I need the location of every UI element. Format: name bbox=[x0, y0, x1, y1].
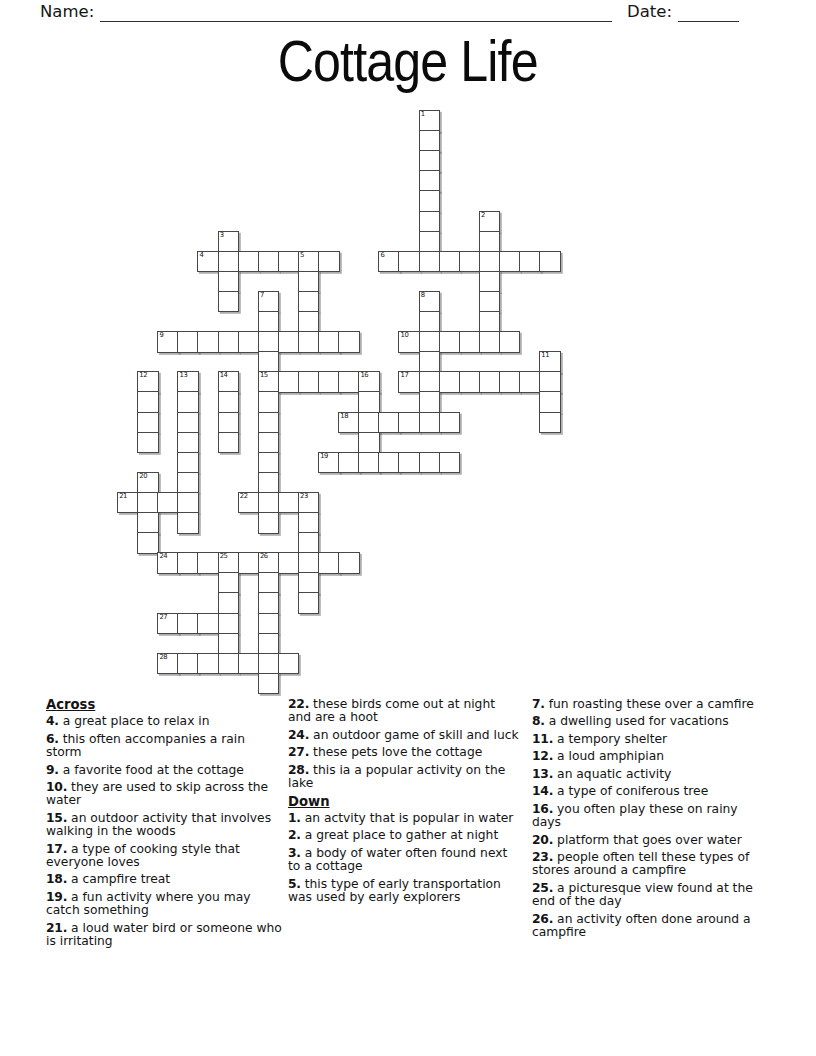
crossword-cell[interactable] bbox=[439, 331, 461, 353]
cell-number-label: 11 bbox=[541, 352, 549, 360]
clue-number: 18. bbox=[46, 872, 67, 886]
clue-number: 4. bbox=[46, 714, 59, 728]
cell-number-label: 6 bbox=[380, 252, 384, 260]
crossword-cell[interactable] bbox=[218, 633, 240, 655]
crossword-cell[interactable] bbox=[258, 592, 280, 614]
down-heading: Down bbox=[288, 795, 520, 808]
crossword-cell[interactable]: 2 bbox=[479, 211, 501, 233]
clue-number: 12. bbox=[532, 749, 553, 763]
crossword-cell[interactable] bbox=[258, 633, 280, 655]
crossword-cell[interactable] bbox=[419, 371, 441, 393]
crossword-cell[interactable] bbox=[479, 291, 501, 313]
crossword-cell[interactable]: 10 bbox=[398, 331, 420, 353]
clue-8: 8. a dwelling used for vacations bbox=[532, 715, 766, 728]
crossword-cell[interactable] bbox=[137, 512, 159, 534]
crossword-cell[interactable]: 13 bbox=[177, 371, 199, 393]
cell-number-label: 24 bbox=[159, 553, 167, 561]
clue-number: 9. bbox=[46, 763, 59, 777]
cell-number-label: 20 bbox=[139, 473, 147, 481]
crossword-cell[interactable]: 4 bbox=[197, 251, 219, 273]
crossword-cell[interactable] bbox=[318, 371, 340, 393]
crossword-cell[interactable] bbox=[218, 391, 240, 413]
crossword-cell[interactable] bbox=[218, 572, 240, 594]
crossword-cell[interactable] bbox=[258, 251, 280, 273]
clue-28: 28. this ia a popular activity on the la… bbox=[288, 764, 520, 791]
clue-5: 5. this type of early transportation was… bbox=[288, 878, 520, 905]
clue-1: 1. an actvity that is popular in water bbox=[288, 812, 520, 825]
crossword-cell[interactable] bbox=[258, 572, 280, 594]
crossword-cell[interactable] bbox=[218, 613, 240, 635]
cell-number-label: 14 bbox=[220, 372, 228, 380]
crossword-cell[interactable] bbox=[298, 311, 320, 333]
crossword-cell[interactable] bbox=[218, 653, 240, 675]
clue-2: 2. a great place to gather at night bbox=[288, 829, 520, 842]
crossword-cell[interactable]: 19 bbox=[318, 452, 340, 474]
crossword-cell[interactable] bbox=[539, 251, 561, 273]
crossword-cell[interactable] bbox=[258, 331, 280, 353]
crossword-cell[interactable] bbox=[459, 371, 481, 393]
crossword-cell[interactable] bbox=[419, 351, 441, 373]
date-blank-line bbox=[678, 2, 739, 22]
crossword-cell[interactable] bbox=[539, 391, 561, 413]
crossword-cell[interactable] bbox=[177, 391, 199, 413]
clue-23: 23. people often tell these types of sto… bbox=[532, 851, 766, 878]
title-wrap: Cottage Life bbox=[0, 30, 816, 92]
crossword-cell[interactable] bbox=[398, 251, 420, 273]
crossword-cell[interactable] bbox=[378, 452, 400, 474]
crossword-cell[interactable]: 8 bbox=[419, 291, 441, 313]
crossword-cell[interactable]: 11 bbox=[539, 351, 561, 373]
cell-number-label: 21 bbox=[119, 493, 127, 501]
crossword-cell[interactable] bbox=[298, 271, 320, 293]
crossword-cell[interactable] bbox=[258, 452, 280, 474]
crossword-cell[interactable] bbox=[177, 452, 199, 474]
crossword-cell[interactable] bbox=[278, 492, 300, 514]
crossword-cell[interactable] bbox=[218, 251, 240, 273]
crossword-cell[interactable] bbox=[238, 552, 260, 574]
clue-22: 22. these birds come out at night and ar… bbox=[288, 698, 520, 725]
crossword-cell[interactable] bbox=[298, 552, 320, 574]
clue-number: 25. bbox=[532, 881, 553, 895]
clue-number: 13. bbox=[532, 767, 553, 781]
crossword-cell[interactable] bbox=[258, 492, 280, 514]
crossword-cell[interactable] bbox=[137, 412, 159, 434]
clue-4: 4. a great place to relax in bbox=[46, 715, 284, 728]
crossword-cell[interactable] bbox=[298, 291, 320, 313]
crossword-cell[interactable] bbox=[479, 311, 501, 333]
crossword-cell[interactable] bbox=[218, 432, 240, 454]
crossword-cell[interactable] bbox=[258, 673, 280, 695]
across-heading: Across bbox=[46, 698, 284, 711]
crossword-cell[interactable] bbox=[298, 512, 320, 534]
crossword-cell[interactable]: 18 bbox=[338, 412, 360, 434]
crossword-cell[interactable] bbox=[177, 492, 199, 514]
crossword-cell[interactable] bbox=[318, 552, 340, 574]
crossword-cell[interactable] bbox=[419, 331, 441, 353]
crossword-cell[interactable] bbox=[137, 532, 159, 554]
crossword-cell[interactable] bbox=[419, 170, 441, 192]
cell-number-label: 12 bbox=[139, 372, 147, 380]
clue-14: 14. a type of coniferous tree bbox=[532, 785, 766, 798]
crossword-cell[interactable]: 16 bbox=[358, 371, 380, 393]
clue-11: 11. a tempory shelter bbox=[532, 733, 766, 746]
crossword-cell[interactable] bbox=[338, 552, 360, 574]
crossword-cell[interactable] bbox=[177, 613, 199, 635]
crossword-cell[interactable] bbox=[258, 472, 280, 494]
crossword-cell[interactable] bbox=[298, 532, 320, 554]
crossword-cell[interactable] bbox=[479, 271, 501, 293]
crossword-cell[interactable] bbox=[539, 371, 561, 393]
clue-number: 24. bbox=[288, 728, 309, 742]
crossword-cell[interactable] bbox=[479, 231, 501, 253]
crossword-cell[interactable] bbox=[177, 512, 199, 534]
clue-25: 25. a picturesque view found at the end … bbox=[532, 882, 766, 909]
cell-number-label: 16 bbox=[360, 372, 368, 380]
clue-15: 15. an outdoor activity that involves wa… bbox=[46, 812, 284, 839]
cell-number-label: 27 bbox=[159, 614, 167, 622]
clue-number: 1. bbox=[288, 811, 301, 825]
crossword-cell[interactable] bbox=[258, 653, 280, 675]
clue-number: 7. bbox=[532, 697, 545, 711]
crossword-cell[interactable] bbox=[318, 251, 340, 273]
cell-number-label: 19 bbox=[320, 453, 328, 461]
crossword-cell[interactable] bbox=[519, 371, 541, 393]
crossword-cell[interactable] bbox=[358, 432, 380, 454]
worksheet-page: Name: Date: Cottage Life 123456789101112… bbox=[0, 0, 816, 1056]
crossword-cell[interactable] bbox=[278, 331, 300, 353]
crossword-cell[interactable] bbox=[177, 412, 199, 434]
crossword-cell[interactable] bbox=[177, 472, 199, 494]
crossword-cell[interactable]: 23 bbox=[298, 492, 320, 514]
crossword-cell[interactable] bbox=[479, 331, 501, 353]
crossword-cell[interactable] bbox=[419, 211, 441, 233]
crossword-cell[interactable] bbox=[258, 391, 280, 413]
crossword-cell[interactable] bbox=[197, 331, 219, 353]
crossword-cell[interactable] bbox=[439, 452, 461, 474]
crossword-cell[interactable] bbox=[539, 412, 561, 434]
crossword-cell[interactable] bbox=[439, 371, 461, 393]
crossword-cell[interactable] bbox=[157, 492, 179, 514]
clue-number: 26. bbox=[532, 912, 553, 926]
cell-number-label: 28 bbox=[159, 654, 167, 662]
clue-26: 26. an activity often done around a camp… bbox=[532, 913, 766, 940]
clue-10: 10. they are used to skip across the wat… bbox=[46, 781, 284, 808]
crossword-cell[interactable]: 15 bbox=[258, 371, 280, 393]
cell-number-label: 3 bbox=[220, 232, 224, 240]
name-label: Name: bbox=[40, 1, 94, 22]
cell-number-label: 15 bbox=[260, 372, 268, 380]
crossword-cell[interactable] bbox=[419, 391, 441, 413]
clue-number: 27. bbox=[288, 745, 309, 759]
crossword-cell[interactable]: 21 bbox=[117, 492, 139, 514]
crossword-cell[interactable] bbox=[499, 371, 521, 393]
crossword-cell[interactable] bbox=[358, 391, 380, 413]
cell-number-label: 2 bbox=[481, 212, 485, 220]
crossword-cell[interactable] bbox=[439, 251, 461, 273]
clue-number: 16. bbox=[532, 802, 553, 816]
clue-17: 17. a type of cooking style that everyon… bbox=[46, 843, 284, 870]
crossword-cell[interactable] bbox=[218, 331, 240, 353]
cell-number-label: 18 bbox=[340, 413, 348, 421]
name-blank-line bbox=[100, 2, 612, 22]
crossword-cell[interactable] bbox=[338, 371, 360, 393]
cell-number-label: 5 bbox=[300, 252, 304, 260]
crossword-cell[interactable] bbox=[419, 452, 441, 474]
crossword-cell[interactable] bbox=[197, 653, 219, 675]
clue-column-3: 7. fun roasting these over a camfire8. a… bbox=[532, 698, 766, 944]
crossword-cell[interactable] bbox=[218, 291, 240, 313]
clue-12: 12. a loud amphipian bbox=[532, 750, 766, 763]
crossword-cell[interactable] bbox=[338, 452, 360, 474]
cell-number-label: 1 bbox=[421, 111, 425, 119]
crossword-cell[interactable] bbox=[218, 271, 240, 293]
crossword-cell[interactable] bbox=[218, 592, 240, 614]
crossword-cell[interactable] bbox=[177, 331, 199, 353]
crossword-grid: 1234567891011121314151617181920212223242… bbox=[117, 110, 561, 694]
cell-number-label: 26 bbox=[260, 553, 268, 561]
crossword-cell[interactable] bbox=[137, 391, 159, 413]
crossword-cell[interactable] bbox=[419, 412, 441, 434]
crossword-cell[interactable] bbox=[298, 331, 320, 353]
crossword-cell[interactable] bbox=[499, 251, 521, 273]
clue-number: 11. bbox=[532, 732, 553, 746]
crossword-cell[interactable] bbox=[197, 613, 219, 635]
clue-number: 14. bbox=[532, 784, 553, 798]
clue-19: 19. a fun activity where you may catch s… bbox=[46, 891, 284, 918]
clue-3: 3. a body of water often found next to a… bbox=[288, 847, 520, 874]
cell-number-label: 25 bbox=[220, 553, 228, 561]
crossword-cell[interactable] bbox=[137, 492, 159, 514]
crossword-cell[interactable] bbox=[479, 251, 501, 273]
crossword-cell[interactable] bbox=[238, 331, 260, 353]
clue-16: 16. you often play these on rainy days bbox=[532, 803, 766, 830]
crossword-cell[interactable] bbox=[419, 311, 441, 333]
clue-21: 21. a loud water bird or someone who is … bbox=[46, 922, 284, 949]
crossword-cell[interactable] bbox=[137, 432, 159, 454]
cell-number-label: 4 bbox=[200, 252, 204, 260]
crossword-cell[interactable] bbox=[499, 331, 521, 353]
clue-number: 21. bbox=[46, 921, 67, 935]
clue-number: 3. bbox=[288, 846, 301, 860]
clue-number: 23. bbox=[532, 850, 553, 864]
clue-number: 10. bbox=[46, 780, 67, 794]
crossword-cell[interactable]: 28 bbox=[157, 653, 179, 675]
crossword-cell[interactable] bbox=[519, 251, 541, 273]
crossword-cell[interactable] bbox=[419, 251, 441, 273]
clue-7: 7. fun roasting these over a camfire bbox=[532, 698, 766, 711]
crossword-cell[interactable]: 6 bbox=[378, 251, 400, 273]
crossword-cell[interactable] bbox=[398, 452, 420, 474]
crossword-cell[interactable] bbox=[177, 653, 199, 675]
clue-column-2: 22. these birds come out at night and ar… bbox=[288, 698, 520, 908]
crossword-cell[interactable] bbox=[258, 351, 280, 373]
crossword-cell[interactable]: 14 bbox=[218, 371, 240, 393]
crossword-cell[interactable]: 20 bbox=[137, 472, 159, 494]
clue-6: 6. this often accompanies a rain storm bbox=[46, 733, 284, 760]
crossword-cell[interactable] bbox=[258, 432, 280, 454]
clue-number: 22. bbox=[288, 697, 309, 711]
crossword-cell[interactable] bbox=[459, 331, 481, 353]
crossword-cell[interactable]: 5 bbox=[298, 251, 320, 273]
crossword-cell[interactable] bbox=[218, 412, 240, 434]
clue-number: 8. bbox=[532, 714, 545, 728]
crossword-cell[interactable] bbox=[298, 592, 320, 614]
crossword-cell[interactable] bbox=[177, 552, 199, 574]
cell-number-label: 7 bbox=[260, 292, 264, 300]
clue-number: 2. bbox=[288, 828, 301, 842]
crossword-cell[interactable]: 27 bbox=[157, 613, 179, 635]
cell-number-label: 17 bbox=[401, 372, 409, 380]
crossword-cell[interactable] bbox=[439, 412, 461, 434]
crossword-cell[interactable] bbox=[298, 572, 320, 594]
crossword-cell[interactable] bbox=[238, 251, 260, 273]
crossword-cell[interactable] bbox=[278, 251, 300, 273]
crossword-cell[interactable]: 9 bbox=[157, 331, 179, 353]
crossword-cell[interactable] bbox=[278, 552, 300, 574]
crossword-cell[interactable] bbox=[358, 412, 380, 434]
crossword-cell[interactable]: 1 bbox=[419, 110, 441, 132]
crossword-cell[interactable] bbox=[378, 412, 400, 434]
cell-number-label: 10 bbox=[401, 332, 409, 340]
crossword-cell[interactable] bbox=[278, 371, 300, 393]
date-label: Date: bbox=[627, 1, 672, 22]
crossword-cell[interactable] bbox=[419, 130, 441, 152]
cell-number-label: 8 bbox=[421, 292, 425, 300]
cell-number-label: 22 bbox=[240, 493, 248, 501]
crossword-cell[interactable]: 7 bbox=[258, 291, 280, 313]
clue-13: 13. an aquatic activity bbox=[532, 768, 766, 781]
crossword-cell[interactable] bbox=[258, 311, 280, 333]
clue-number: 5. bbox=[288, 877, 301, 891]
crossword-cell[interactable] bbox=[419, 190, 441, 212]
clue-number: 19. bbox=[46, 890, 67, 904]
page-title: Cottage Life bbox=[278, 30, 538, 92]
crossword-cell[interactable] bbox=[358, 452, 380, 474]
crossword-cell[interactable] bbox=[258, 512, 280, 534]
crossword-cell[interactable]: 25 bbox=[218, 552, 240, 574]
cell-number-label: 13 bbox=[179, 372, 187, 380]
clue-20: 20. platform that goes over water bbox=[532, 834, 766, 847]
crossword-cell[interactable]: 26 bbox=[258, 552, 280, 574]
clue-number: 20. bbox=[532, 833, 553, 847]
crossword-cell[interactable] bbox=[419, 150, 441, 172]
crossword-cell[interactable] bbox=[298, 371, 320, 393]
crossword-cell[interactable] bbox=[419, 231, 441, 253]
cell-number-label: 23 bbox=[300, 493, 308, 501]
crossword-cell[interactable]: 24 bbox=[157, 552, 179, 574]
crossword-cell[interactable] bbox=[197, 552, 219, 574]
crossword-cell[interactable] bbox=[459, 251, 481, 273]
clue-24: 24. an outdoor game of skill and luck bbox=[288, 729, 520, 742]
crossword-cell[interactable] bbox=[258, 613, 280, 635]
crossword-cell[interactable]: 22 bbox=[238, 492, 260, 514]
crossword-cell[interactable] bbox=[177, 432, 199, 454]
crossword-cell[interactable] bbox=[258, 412, 280, 434]
crossword-cell[interactable]: 17 bbox=[398, 371, 420, 393]
clue-number: 17. bbox=[46, 842, 67, 856]
cell-number-label: 9 bbox=[159, 332, 163, 340]
crossword-cell[interactable]: 12 bbox=[137, 371, 159, 393]
crossword-cell[interactable] bbox=[278, 653, 300, 675]
clue-column-1: Across4. a great place to relax in6. thi… bbox=[46, 698, 284, 952]
crossword-cell[interactable] bbox=[338, 331, 360, 353]
clue-18: 18. a campfire treat bbox=[46, 873, 284, 886]
crossword-cell[interactable] bbox=[238, 653, 260, 675]
clue-number: 15. bbox=[46, 811, 67, 825]
crossword-cell[interactable]: 3 bbox=[218, 231, 240, 253]
crossword-cell[interactable] bbox=[479, 371, 501, 393]
clue-9: 9. a favorite food at the cottage bbox=[46, 764, 284, 777]
clue-27: 27. these pets love the cottage bbox=[288, 746, 520, 759]
crossword-cell[interactable] bbox=[398, 412, 420, 434]
crossword-cell[interactable] bbox=[318, 331, 340, 353]
clue-number: 28. bbox=[288, 763, 309, 777]
clue-number: 6. bbox=[46, 732, 59, 746]
